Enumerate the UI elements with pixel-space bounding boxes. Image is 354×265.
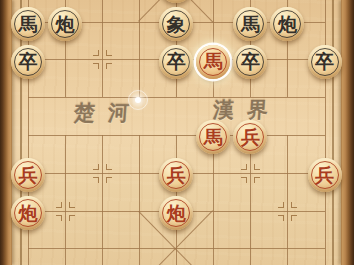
point-marker — [241, 164, 247, 170]
point-marker — [93, 177, 99, 183]
board-frame-right — [341, 0, 354, 265]
piece-character: 馬 — [204, 128, 223, 147]
grid-line — [102, 135, 103, 265]
piece-character: 兵 — [241, 128, 260, 147]
piece-character: 兵 — [167, 166, 186, 185]
point-marker — [106, 63, 112, 69]
piece-character: 卒 — [19, 52, 38, 71]
piece-character: 兵 — [19, 166, 38, 185]
piece-character: 炮 — [278, 15, 297, 34]
piece-character: 象 — [167, 15, 186, 34]
piece-character: 卒 — [167, 52, 186, 71]
point-marker — [93, 63, 99, 69]
piece-character: 馬 — [241, 15, 260, 34]
point-marker — [241, 177, 247, 183]
piece-character: 馬 — [19, 15, 38, 34]
piece-red-soldier[interactable]: 兵 — [11, 158, 45, 192]
piece-character: 馬 — [204, 52, 223, 71]
grid-line — [139, 0, 140, 97]
piece-character: 卒 — [315, 52, 334, 71]
point-marker — [93, 164, 99, 170]
point-marker — [106, 50, 112, 56]
grid-line — [250, 135, 251, 265]
piece-red-cannon[interactable]: 炮 — [11, 196, 45, 230]
piece-character: 炮 — [19, 204, 38, 223]
piece-black-soldier[interactable]: 卒 — [159, 45, 193, 79]
piece-black-soldier[interactable]: 卒 — [233, 45, 267, 79]
piece-character: 炮 — [56, 15, 75, 34]
piece-black-horse[interactable]: 馬 — [11, 7, 45, 41]
board-border-line-right — [332, 0, 334, 265]
grid-line — [287, 135, 288, 265]
point-marker — [56, 202, 62, 208]
point-marker — [106, 177, 112, 183]
grid-line — [65, 135, 66, 265]
sparkle-effect-icon — [128, 90, 148, 110]
point-marker — [69, 202, 75, 208]
point-marker — [93, 50, 99, 56]
point-marker — [106, 164, 112, 170]
piece-red-soldier[interactable]: 兵 — [308, 158, 342, 192]
board-frame-left — [0, 0, 12, 265]
point-marker — [69, 215, 75, 221]
grid-line — [213, 135, 214, 265]
point-marker — [56, 215, 62, 221]
point-marker — [278, 202, 284, 208]
piece-black-soldier[interactable]: 卒 — [11, 45, 45, 79]
piece-character: 卒 — [241, 52, 260, 71]
point-marker — [291, 215, 297, 221]
point-marker — [278, 215, 284, 221]
piece-black-cannon[interactable]: 炮 — [48, 7, 82, 41]
piece-character: 炮 — [167, 204, 186, 223]
point-marker — [291, 202, 297, 208]
grid-line — [102, 0, 103, 97]
grid-line — [139, 135, 140, 265]
point-marker — [254, 177, 260, 183]
piece-black-soldier[interactable]: 卒 — [308, 45, 342, 79]
piece-red-horse[interactable]: 馬 — [196, 45, 230, 79]
grid-line — [325, 0, 326, 265]
point-marker — [254, 164, 260, 170]
xiangqi-board[interactable]: 楚河 漢界 馬炮象馬炮卒卒馬卒卒馬兵兵兵兵炮炮 — [0, 0, 354, 265]
piece-character: 兵 — [315, 166, 334, 185]
